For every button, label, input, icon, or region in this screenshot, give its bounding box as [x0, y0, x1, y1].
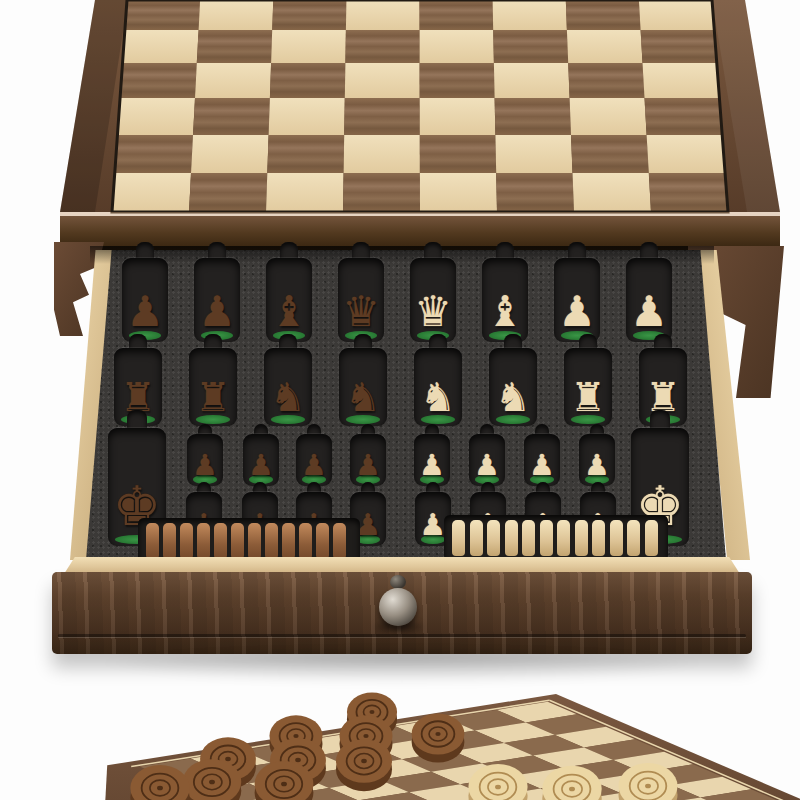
drawer-floor-shadow	[70, 652, 734, 686]
stacked-checker-light[interactable]	[592, 520, 605, 556]
stacked-checker-dark[interactable]	[282, 523, 295, 559]
stacked-checker-light[interactable]	[487, 520, 500, 556]
drawer-knob[interactable]	[379, 588, 417, 626]
product-photo-stage: ♟♟♝♛♛♝♟♟♜♜♞♞♞♞♜♜♟♟♟♟♟♟♟♟♟♟♟♟♟♟♟♟♚♚	[0, 0, 800, 800]
stacked-checker-dark[interactable]	[299, 523, 312, 559]
light-pawn-piece[interactable]: ♟	[604, 290, 694, 334]
stacked-checker-light[interactable]	[452, 520, 465, 556]
stacked-checker-light[interactable]	[470, 520, 483, 556]
stacked-checker-dark[interactable]	[248, 523, 261, 559]
checker-dark[interactable]	[412, 713, 465, 762]
stacked-checker-dark[interactable]	[146, 523, 159, 559]
top-chessboard-svg	[0, 0, 800, 256]
stacked-checker-dark[interactable]	[316, 523, 329, 559]
stacked-checker-light[interactable]	[645, 520, 658, 556]
stacked-checker-dark[interactable]	[214, 523, 227, 559]
checker-dark[interactable]	[336, 739, 392, 791]
stacked-checker-light[interactable]	[522, 520, 535, 556]
drawer-knob-neck	[390, 575, 406, 589]
stacked-checker-dark[interactable]	[333, 523, 346, 559]
light-pawn-piece[interactable]: ♟	[552, 450, 642, 480]
drawer-front-groove-highlight	[58, 637, 746, 638]
stacked-checker-light[interactable]	[575, 520, 588, 556]
stacked-checker-dark[interactable]	[197, 523, 210, 559]
stacked-checker-dark[interactable]	[231, 523, 244, 559]
stacked-checker-light[interactable]	[610, 520, 623, 556]
stacked-checker-dark[interactable]	[163, 523, 176, 559]
stacked-checker-dark[interactable]	[265, 523, 278, 559]
stacked-checker-light[interactable]	[505, 520, 518, 556]
stacked-checker-light[interactable]	[627, 520, 640, 556]
stacked-checker-dark[interactable]	[180, 523, 193, 559]
stacked-checker-light[interactable]	[540, 520, 553, 556]
box-underside-shadow	[90, 246, 714, 264]
bottom-board-svg	[0, 690, 800, 800]
stacked-checker-light[interactable]	[557, 520, 570, 556]
